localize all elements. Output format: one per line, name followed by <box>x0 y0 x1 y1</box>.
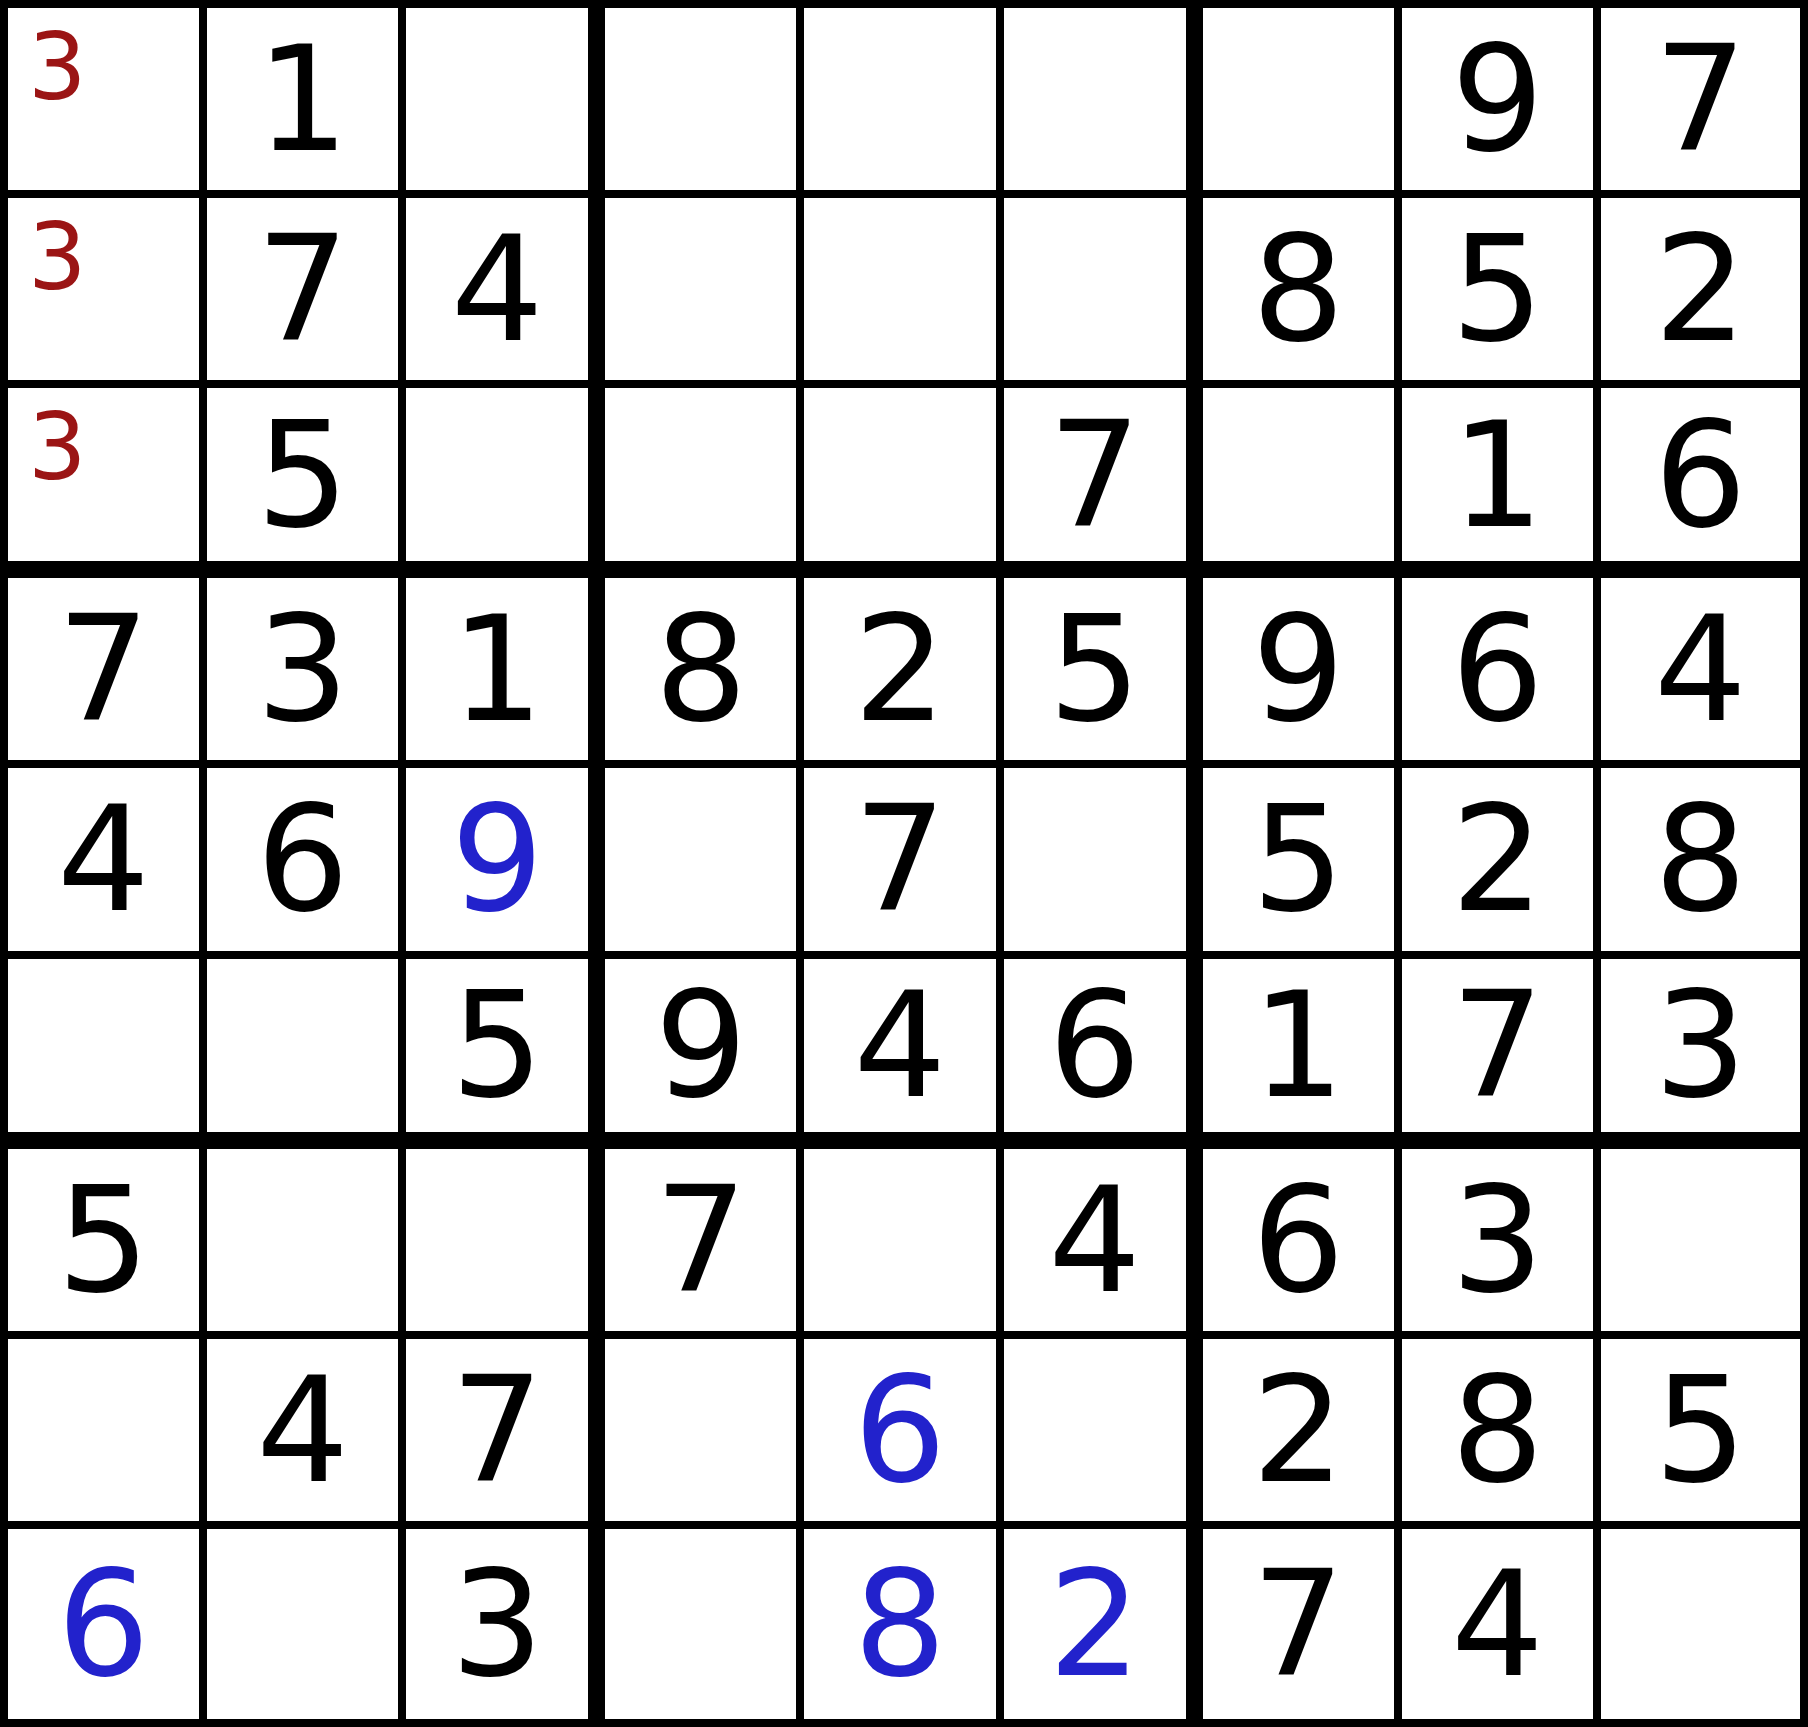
cell-r7c5[interactable] <box>804 1149 1003 1339</box>
entered-digit: 6 <box>854 1357 947 1503</box>
cell-r4c8[interactable]: 6 <box>1402 578 1601 768</box>
entered-digit: 9 <box>451 786 544 932</box>
cell-r2c5[interactable] <box>804 198 1003 388</box>
given-digit: 5 <box>451 972 544 1118</box>
given-digit: 6 <box>1451 596 1544 742</box>
cell-r5c4[interactable] <box>605 768 804 958</box>
given-digit: 7 <box>451 1357 544 1503</box>
cell-r9c1[interactable]: 6 <box>8 1529 207 1719</box>
candidate-digit: 3 <box>28 402 87 494</box>
entered-digit: 2 <box>1048 1551 1141 1697</box>
cell-r3c5[interactable] <box>804 388 1003 578</box>
given-digit: 2 <box>1252 1357 1345 1503</box>
given-digit: 7 <box>654 1167 747 1313</box>
given-digit: 7 <box>854 786 947 932</box>
given-digit: 7 <box>1252 1551 1345 1697</box>
cell-r8c6[interactable] <box>1004 1339 1203 1529</box>
cell-r6c1[interactable] <box>8 959 207 1149</box>
given-digit: 5 <box>1451 216 1544 362</box>
given-digit: 6 <box>1654 402 1747 548</box>
cell-r5c6[interactable] <box>1004 768 1203 958</box>
cell-r5c1[interactable]: 4 <box>8 768 207 958</box>
cell-r6c6[interactable]: 6 <box>1004 959 1203 1149</box>
cell-r3c8[interactable]: 1 <box>1402 388 1601 578</box>
cell-r2c9[interactable]: 2 <box>1601 198 1800 388</box>
given-digit: 5 <box>1048 596 1141 742</box>
cell-r4c7[interactable]: 9 <box>1203 578 1402 768</box>
cell-r1c3[interactable] <box>406 8 605 198</box>
cell-r9c3[interactable]: 3 <box>406 1529 605 1719</box>
given-digit: 5 <box>1252 786 1345 932</box>
entered-digit: 6 <box>57 1551 150 1697</box>
cell-r6c9[interactable]: 3 <box>1601 959 1800 1149</box>
cell-r1c8[interactable]: 9 <box>1402 8 1601 198</box>
cell-r9c8[interactable]: 4 <box>1402 1529 1601 1719</box>
cell-r6c4[interactable]: 9 <box>605 959 804 1149</box>
given-digit: 3 <box>451 1551 544 1697</box>
cell-r5c2[interactable]: 6 <box>207 768 406 958</box>
given-digit: 7 <box>256 216 349 362</box>
given-digit: 4 <box>57 786 150 932</box>
cell-r4c9[interactable]: 4 <box>1601 578 1800 768</box>
given-digit: 6 <box>256 786 349 932</box>
cell-r6c5[interactable]: 4 <box>804 959 1003 1149</box>
cell-r9c2[interactable] <box>207 1529 406 1719</box>
cell-r1c6[interactable] <box>1004 8 1203 198</box>
cell-r8c3[interactable]: 7 <box>406 1339 605 1529</box>
given-digit: 9 <box>1451 26 1544 172</box>
given-digit: 3 <box>1654 972 1747 1118</box>
cell-r5c5[interactable]: 7 <box>804 768 1003 958</box>
given-digit: 1 <box>256 26 349 172</box>
cell-r3c7[interactable] <box>1203 388 1402 578</box>
given-digit: 4 <box>1654 596 1747 742</box>
cell-r7c7[interactable]: 6 <box>1203 1149 1402 1339</box>
cell-r2c2[interactable]: 7 <box>207 198 406 388</box>
given-digit: 7 <box>57 596 150 742</box>
cell-r3c3[interactable] <box>406 388 605 578</box>
cell-r4c4[interactable]: 8 <box>605 578 804 768</box>
given-digit: 7 <box>1654 26 1747 172</box>
cell-r7c1[interactable]: 5 <box>8 1149 207 1339</box>
cell-r3c1[interactable]: 3 <box>8 388 207 578</box>
cell-r5c9[interactable]: 8 <box>1601 768 1800 958</box>
cell-r6c3[interactable]: 5 <box>406 959 605 1149</box>
given-digit: 7 <box>1451 972 1544 1118</box>
sudoku-board: 3197374852357167318259644697528594617357… <box>0 0 1808 1727</box>
cell-r9c7[interactable]: 7 <box>1203 1529 1402 1719</box>
cell-r8c2[interactable]: 4 <box>207 1339 406 1529</box>
cell-r9c5[interactable]: 8 <box>804 1529 1003 1719</box>
cell-r3c6[interactable]: 7 <box>1004 388 1203 578</box>
given-digit: 1 <box>1252 972 1345 1118</box>
given-digit: 2 <box>1451 786 1544 932</box>
cell-r3c9[interactable]: 6 <box>1601 388 1800 578</box>
given-digit: 5 <box>1654 1357 1747 1503</box>
cell-r1c2[interactable]: 1 <box>207 8 406 198</box>
cell-r1c7[interactable] <box>1203 8 1402 198</box>
cell-r7c8[interactable]: 3 <box>1402 1149 1601 1339</box>
given-digit: 6 <box>1252 1167 1345 1313</box>
cell-r4c3[interactable]: 1 <box>406 578 605 768</box>
cell-r7c6[interactable]: 4 <box>1004 1149 1203 1339</box>
given-digit: 8 <box>654 596 747 742</box>
cell-r6c2[interactable] <box>207 959 406 1149</box>
given-digit: 2 <box>1654 216 1747 362</box>
given-digit: 1 <box>451 596 544 742</box>
given-digit: 3 <box>1451 1167 1544 1313</box>
cell-r3c4[interactable] <box>605 388 804 578</box>
cell-r1c9[interactable]: 7 <box>1601 8 1800 198</box>
cell-r4c1[interactable]: 7 <box>8 578 207 768</box>
cell-r2c8[interactable]: 5 <box>1402 198 1601 388</box>
given-digit: 4 <box>1048 1167 1141 1313</box>
cell-r2c6[interactable] <box>1004 198 1203 388</box>
cell-r5c3[interactable]: 9 <box>406 768 605 958</box>
cell-r8c1[interactable] <box>8 1339 207 1529</box>
cell-r9c9[interactable] <box>1601 1529 1800 1719</box>
cell-r8c9[interactable]: 5 <box>1601 1339 1800 1529</box>
given-digit: 5 <box>57 1167 150 1313</box>
cell-r4c2[interactable]: 3 <box>207 578 406 768</box>
given-digit: 4 <box>854 972 947 1118</box>
given-digit: 4 <box>1451 1551 1544 1697</box>
cell-r2c4[interactable] <box>605 198 804 388</box>
given-digit: 1 <box>1451 402 1544 548</box>
cell-r5c7[interactable]: 5 <box>1203 768 1402 958</box>
cell-r9c6[interactable]: 2 <box>1004 1529 1203 1719</box>
cell-r2c1[interactable]: 3 <box>8 198 207 388</box>
cell-r6c7[interactable]: 1 <box>1203 959 1402 1149</box>
cell-r8c4[interactable] <box>605 1339 804 1529</box>
cell-r4c6[interactable]: 5 <box>1004 578 1203 768</box>
cell-r7c2[interactable] <box>207 1149 406 1339</box>
given-digit: 5 <box>256 402 349 548</box>
cell-r7c3[interactable] <box>406 1149 605 1339</box>
cell-r7c9[interactable] <box>1601 1149 1800 1339</box>
given-digit: 6 <box>1048 972 1141 1118</box>
cell-r1c4[interactable] <box>605 8 804 198</box>
cell-r5c8[interactable]: 2 <box>1402 768 1601 958</box>
given-digit: 4 <box>256 1357 349 1503</box>
given-digit: 9 <box>654 972 747 1118</box>
given-digit: 8 <box>1451 1357 1544 1503</box>
entered-digit: 8 <box>854 1551 947 1697</box>
cell-r8c8[interactable]: 8 <box>1402 1339 1601 1529</box>
given-digit: 8 <box>1654 786 1747 932</box>
cell-r2c3[interactable]: 4 <box>406 198 605 388</box>
cell-r2c7[interactable]: 8 <box>1203 198 1402 388</box>
candidate-digit: 3 <box>28 22 87 114</box>
given-digit: 3 <box>256 596 349 742</box>
cell-r8c7[interactable]: 2 <box>1203 1339 1402 1529</box>
candidate-digit: 3 <box>28 212 87 304</box>
cell-r8c5[interactable]: 6 <box>804 1339 1003 1529</box>
given-digit: 2 <box>854 596 947 742</box>
cell-r1c5[interactable] <box>804 8 1003 198</box>
cell-r6c8[interactable]: 7 <box>1402 959 1601 1149</box>
cell-r1c1[interactable]: 3 <box>8 8 207 198</box>
cell-r4c5[interactable]: 2 <box>804 578 1003 768</box>
cell-r7c4[interactable]: 7 <box>605 1149 804 1339</box>
given-digit: 4 <box>451 216 544 362</box>
cell-r3c2[interactable]: 5 <box>207 388 406 578</box>
given-digit: 7 <box>1048 402 1141 548</box>
cell-r9c4[interactable] <box>605 1529 804 1719</box>
given-digit: 8 <box>1252 216 1345 362</box>
given-digit: 9 <box>1252 596 1345 742</box>
